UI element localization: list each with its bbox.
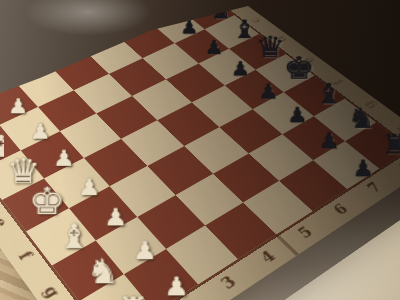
- black-rook: ♜: [381, 133, 400, 158]
- chess-photo-scene: abcdefgh abcdefgh 12345678 ♜♟♟♜♞♟♟♞♝♟♟♝♛…: [0, 0, 400, 300]
- black-pawn: ♟: [205, 38, 224, 56]
- black-pawn: ♟: [287, 105, 308, 125]
- black-queen: ♛: [256, 34, 286, 62]
- black-pawn: ♟: [230, 59, 250, 78]
- white-pawn: ♟: [133, 238, 158, 262]
- black-bishop: ♝: [315, 81, 343, 108]
- black-pawn: ♟: [318, 130, 340, 151]
- white-pawn: ♟: [164, 273, 190, 298]
- white-pawn: ♟: [78, 175, 101, 197]
- black-pawn: ♟: [180, 18, 199, 35]
- black-pawn: ♟: [157, 0, 175, 17]
- black-rook: ♜: [185, 0, 206, 4]
- black-pawn: ♟: [352, 157, 375, 178]
- white-pawn: ♟: [8, 96, 29, 116]
- white-pawn: ♟: [0, 73, 8, 92]
- white-bishop: ♝: [57, 220, 91, 252]
- white-rook: ♜: [117, 295, 149, 300]
- black-pawn: ♟: [258, 81, 278, 100]
- black-king: ♚: [283, 54, 315, 84]
- white-king: ♚: [29, 184, 66, 220]
- white-pawn: ♟: [104, 206, 128, 229]
- white-knight: ♞: [85, 256, 118, 288]
- black-bishop: ♝: [232, 17, 258, 41]
- black-knight: ♞: [347, 105, 375, 131]
- white-pawn: ♟: [30, 121, 52, 141]
- black-knight: ♞: [207, 0, 231, 22]
- white-pawn: ♟: [53, 147, 75, 168]
